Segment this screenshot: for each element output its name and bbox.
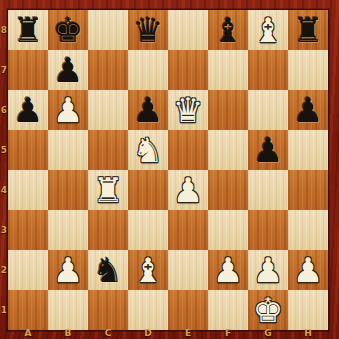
black-pawn[interactable]: ♟ (13, 90, 43, 130)
file-label-b: B (48, 326, 88, 339)
white-pawn[interactable]: ♟ (253, 250, 283, 290)
square-h3[interactable] (288, 210, 328, 250)
square-b3[interactable] (48, 210, 88, 250)
black-pawn[interactable]: ♟ (293, 90, 323, 130)
file-label-d: D (128, 326, 168, 339)
rank-labels: 87654321 (0, 10, 8, 330)
square-e3[interactable] (168, 210, 208, 250)
rank-label-2: 2 (0, 250, 8, 290)
square-c3[interactable] (88, 210, 128, 250)
white-pawn[interactable]: ♟ (293, 250, 323, 290)
file-label-a: A (8, 326, 48, 339)
file-label-h: H (288, 326, 328, 339)
square-f2[interactable]: ♟ (208, 250, 248, 290)
square-e2[interactable] (168, 250, 208, 290)
square-d2[interactable]: ♝ (128, 250, 168, 290)
rank-label-1: 1 (0, 290, 8, 330)
square-h7[interactable] (288, 50, 328, 90)
black-queen[interactable]: ♛ (133, 10, 163, 50)
square-c4[interactable]: ♜ (88, 170, 128, 210)
square-h5[interactable] (288, 130, 328, 170)
square-b7[interactable]: ♟ (48, 50, 88, 90)
rank-label-3: 3 (0, 210, 8, 250)
square-b5[interactable] (48, 130, 88, 170)
white-pawn[interactable]: ♟ (173, 170, 203, 210)
square-g6[interactable] (248, 90, 288, 130)
square-h8[interactable]: ♜ (288, 10, 328, 50)
square-b6[interactable]: ♟ (48, 90, 88, 130)
rank-label-4: 4 (0, 170, 8, 210)
square-c7[interactable] (88, 50, 128, 90)
square-g1[interactable]: ♚ (248, 290, 288, 330)
square-f6[interactable] (208, 90, 248, 130)
white-bishop[interactable]: ♝ (133, 250, 163, 290)
square-d4[interactable] (128, 170, 168, 210)
square-a5[interactable] (8, 130, 48, 170)
square-a6[interactable]: ♟ (8, 90, 48, 130)
square-a2[interactable] (8, 250, 48, 290)
square-f3[interactable] (208, 210, 248, 250)
square-d7[interactable] (128, 50, 168, 90)
white-pawn[interactable]: ♟ (53, 250, 83, 290)
square-a8[interactable]: ♜ (8, 10, 48, 50)
square-g5[interactable]: ♟ (248, 130, 288, 170)
black-knight[interactable]: ♞ (93, 250, 123, 290)
square-d5[interactable]: ♞ (128, 130, 168, 170)
square-b4[interactable] (48, 170, 88, 210)
square-a4[interactable] (8, 170, 48, 210)
square-a3[interactable] (8, 210, 48, 250)
white-pawn[interactable]: ♟ (53, 90, 83, 130)
square-f5[interactable] (208, 130, 248, 170)
square-c8[interactable] (88, 10, 128, 50)
square-g2[interactable]: ♟ (248, 250, 288, 290)
square-f4[interactable] (208, 170, 248, 210)
square-d6[interactable]: ♟ (128, 90, 168, 130)
square-b1[interactable] (48, 290, 88, 330)
square-d8[interactable]: ♛ (128, 10, 168, 50)
black-king[interactable]: ♚ (53, 10, 83, 50)
white-bishop[interactable]: ♝ (253, 10, 283, 50)
chess-board: ♜♚♛♝♝♜♟♟♟♟♛♟♞♟♜♟♟♞♝♟♟♟♚ (8, 10, 328, 330)
square-f7[interactable] (208, 50, 248, 90)
file-label-e: E (168, 326, 208, 339)
black-rook[interactable]: ♜ (293, 10, 323, 50)
square-b2[interactable]: ♟ (48, 250, 88, 290)
square-h2[interactable]: ♟ (288, 250, 328, 290)
square-f1[interactable] (208, 290, 248, 330)
square-g7[interactable] (248, 50, 288, 90)
black-pawn[interactable]: ♟ (253, 130, 283, 170)
square-c6[interactable] (88, 90, 128, 130)
square-e4[interactable]: ♟ (168, 170, 208, 210)
square-c5[interactable] (88, 130, 128, 170)
square-e5[interactable] (168, 130, 208, 170)
file-labels: ABCDEFGH (8, 326, 328, 339)
square-f8[interactable]: ♝ (208, 10, 248, 50)
square-d1[interactable] (128, 290, 168, 330)
black-pawn[interactable]: ♟ (53, 50, 83, 90)
square-g8[interactable]: ♝ (248, 10, 288, 50)
file-label-f: F (208, 326, 248, 339)
square-c1[interactable] (88, 290, 128, 330)
square-c2[interactable]: ♞ (88, 250, 128, 290)
rank-label-5: 5 (0, 130, 8, 170)
rank-label-6: 6 (0, 90, 8, 130)
square-e7[interactable] (168, 50, 208, 90)
square-e8[interactable] (168, 10, 208, 50)
file-label-c: C (88, 326, 128, 339)
rank-label-7: 7 (0, 50, 8, 90)
square-a1[interactable] (8, 290, 48, 330)
square-a7[interactable] (8, 50, 48, 90)
file-label-g: G (248, 326, 288, 339)
square-h1[interactable] (288, 290, 328, 330)
white-queen[interactable]: ♛ (173, 90, 203, 130)
square-h6[interactable]: ♟ (288, 90, 328, 130)
black-rook[interactable]: ♜ (13, 10, 43, 50)
square-e6[interactable]: ♛ (168, 90, 208, 130)
square-b8[interactable]: ♚ (48, 10, 88, 50)
square-g4[interactable] (248, 170, 288, 210)
white-knight[interactable]: ♞ (133, 130, 163, 170)
chess-board-frame: 87654321 ♜♚♛♝♝♜♟♟♟♟♛♟♞♟♜♟♟♞♝♟♟♟♚ ABCDEFG… (0, 0, 339, 339)
white-pawn[interactable]: ♟ (213, 250, 243, 290)
rank-label-8: 8 (0, 10, 8, 50)
square-h4[interactable] (288, 170, 328, 210)
square-d3[interactable] (128, 210, 168, 250)
black-pawn[interactable]: ♟ (133, 90, 163, 130)
square-g3[interactable] (248, 210, 288, 250)
white-rook[interactable]: ♜ (93, 170, 123, 210)
black-bishop[interactable]: ♝ (213, 10, 243, 50)
square-e1[interactable] (168, 290, 208, 330)
white-king[interactable]: ♚ (253, 290, 283, 330)
